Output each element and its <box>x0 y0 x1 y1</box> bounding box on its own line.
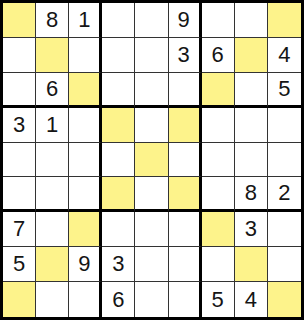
cell-r8c5[interactable] <box>135 247 168 282</box>
cell-r1c8[interactable] <box>235 3 268 38</box>
cell-r1c6[interactable]: 9 <box>169 3 202 38</box>
cell-r6c9[interactable]: 2 <box>268 177 301 212</box>
cell-r8c7[interactable] <box>202 247 235 282</box>
cell-r3c3[interactable] <box>69 73 102 108</box>
cell-r5c7[interactable] <box>202 143 235 178</box>
cell-r1c1[interactable] <box>3 3 36 38</box>
cell-r6c6[interactable] <box>169 177 202 212</box>
cell-r4c5[interactable] <box>135 108 168 143</box>
cell-r8c1[interactable]: 5 <box>3 247 36 282</box>
cell-r4c7[interactable] <box>202 108 235 143</box>
cell-r3c5[interactable] <box>135 73 168 108</box>
cell-r8c3[interactable]: 9 <box>69 247 102 282</box>
cell-r9c1[interactable] <box>3 282 36 317</box>
cell-r9c4[interactable]: 6 <box>102 282 135 317</box>
cell-r7c7[interactable] <box>202 212 235 247</box>
cell-r7c2[interactable] <box>36 212 69 247</box>
cell-r2c8[interactable] <box>235 38 268 73</box>
cell-r6c2[interactable] <box>36 177 69 212</box>
cell-r7c6[interactable] <box>169 212 202 247</box>
cell-r3c6[interactable] <box>169 73 202 108</box>
cell-r6c4[interactable] <box>102 177 135 212</box>
cell-r4c4[interactable] <box>102 108 135 143</box>
cell-r7c3[interactable] <box>69 212 102 247</box>
cell-r2c7[interactable]: 6 <box>202 38 235 73</box>
cell-r5c4[interactable] <box>102 143 135 178</box>
cell-r9c5[interactable] <box>135 282 168 317</box>
cell-r2c1[interactable] <box>3 38 36 73</box>
cell-r6c7[interactable] <box>202 177 235 212</box>
sudoku-board: 81936465318273593654 <box>0 0 304 320</box>
cell-r5c1[interactable] <box>3 143 36 178</box>
cell-r7c8[interactable]: 3 <box>235 212 268 247</box>
cell-r5c6[interactable] <box>169 143 202 178</box>
cell-r4c8[interactable] <box>235 108 268 143</box>
cell-r1c7[interactable] <box>202 3 235 38</box>
cell-r6c8[interactable]: 8 <box>235 177 268 212</box>
cell-r3c1[interactable] <box>3 73 36 108</box>
cell-r9c2[interactable] <box>36 282 69 317</box>
cell-r1c2[interactable]: 8 <box>36 3 69 38</box>
cell-r2c5[interactable] <box>135 38 168 73</box>
cell-r3c4[interactable] <box>102 73 135 108</box>
cell-r8c6[interactable] <box>169 247 202 282</box>
cell-r3c7[interactable] <box>202 73 235 108</box>
cell-r8c8[interactable] <box>235 247 268 282</box>
cell-r8c4[interactable]: 3 <box>102 247 135 282</box>
cell-r5c9[interactable] <box>268 143 301 178</box>
cell-r6c3[interactable] <box>69 177 102 212</box>
cell-r8c2[interactable] <box>36 247 69 282</box>
cell-r9c8[interactable]: 4 <box>235 282 268 317</box>
cell-r9c3[interactable] <box>69 282 102 317</box>
cell-r2c3[interactable] <box>69 38 102 73</box>
cell-r1c3[interactable]: 1 <box>69 3 102 38</box>
cell-r5c8[interactable] <box>235 143 268 178</box>
cell-r2c6[interactable]: 3 <box>169 38 202 73</box>
cell-r4c6[interactable] <box>169 108 202 143</box>
cell-r4c9[interactable] <box>268 108 301 143</box>
cell-r9c9[interactable] <box>268 282 301 317</box>
cell-r9c7[interactable]: 5 <box>202 282 235 317</box>
cell-r3c8[interactable] <box>235 73 268 108</box>
cell-r7c9[interactable] <box>268 212 301 247</box>
cell-r2c4[interactable] <box>102 38 135 73</box>
cell-r3c9[interactable]: 5 <box>268 73 301 108</box>
cell-r9c6[interactable] <box>169 282 202 317</box>
cell-r6c5[interactable] <box>135 177 168 212</box>
cell-r1c9[interactable] <box>268 3 301 38</box>
cell-r6c1[interactable] <box>3 177 36 212</box>
cell-r3c2[interactable]: 6 <box>36 73 69 108</box>
cell-r5c3[interactable] <box>69 143 102 178</box>
cell-r7c4[interactable] <box>102 212 135 247</box>
cell-r5c5[interactable] <box>135 143 168 178</box>
cell-r7c5[interactable] <box>135 212 168 247</box>
cell-r1c5[interactable] <box>135 3 168 38</box>
cell-r4c3[interactable] <box>69 108 102 143</box>
cell-r4c2[interactable]: 1 <box>36 108 69 143</box>
cell-r5c2[interactable] <box>36 143 69 178</box>
cell-r8c9[interactable] <box>268 247 301 282</box>
cell-r7c1[interactable]: 7 <box>3 212 36 247</box>
cell-r2c2[interactable] <box>36 38 69 73</box>
cell-r2c9[interactable]: 4 <box>268 38 301 73</box>
cell-r1c4[interactable] <box>102 3 135 38</box>
cell-r4c1[interactable]: 3 <box>3 108 36 143</box>
